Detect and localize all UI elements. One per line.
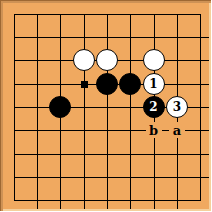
grid-vertical-line: [130, 14, 131, 212]
stone-white: [73, 49, 95, 71]
go-board-diagram: ba123: [0, 0, 211, 211]
grid-horizontal-line: [14, 200, 202, 201]
stone-white-move-1: 1: [143, 73, 165, 95]
grid-vertical-line: [107, 14, 108, 212]
hoshi-star-point-marker: [81, 81, 88, 88]
stone-black: [119, 73, 141, 95]
point-label-b: b: [146, 122, 162, 138]
go-board: ba123: [0, 0, 211, 211]
stone-white-move-3: 3: [166, 96, 188, 118]
bevel-left-inner: [1, 0, 3, 211]
bevel-left-outer: [0, 0, 1, 211]
bevel-bottom: [0, 209, 211, 211]
grid-horizontal-line: [14, 154, 212, 155]
stone-white: [96, 49, 118, 71]
grid-horizontal-line: [14, 177, 212, 178]
bevel-top-inner: [0, 1, 211, 3]
stone-white: [143, 49, 165, 71]
bevel-right: [209, 0, 211, 211]
move-number-label: 3: [173, 100, 181, 112]
bevel-top-outer: [0, 0, 211, 1]
grid-vertical-line: [200, 14, 201, 202]
move-number-label: 1: [149, 77, 157, 89]
grid-vertical-line: [37, 14, 38, 212]
move-number-label: 2: [149, 100, 157, 112]
grid-horizontal-line: [14, 37, 212, 38]
stone-black-move-2: 2: [143, 96, 165, 118]
point-label-a: a: [169, 122, 185, 138]
stone-black: [96, 73, 118, 95]
grid-vertical-line: [84, 14, 85, 212]
stone-black: [49, 96, 71, 118]
